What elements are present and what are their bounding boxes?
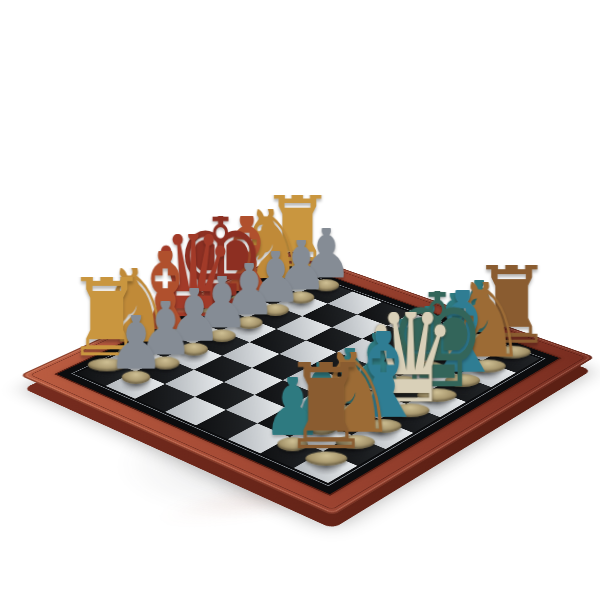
chessboard: ♜♞♝♛♚♝♞♜♟♟♟♟♟♟♟♟♟♟♟♟♟♟♟♟♜♞♝♛♚♝♞♜ [20,251,596,516]
piece-black-rook-a8: ♜ [271,362,381,467]
product-photo-scene: ♜♞♝♛♚♝♞♜♟♟♟♟♟♟♟♟♟♟♟♟♟♟♟♟♜♞♝♛♚♝♞♜ [0,0,600,600]
rook-glyph: ♜ [273,343,378,468]
chessboard-3d-wrap: ♜♞♝♛♚♝♞♜♟♟♟♟♟♟♟♟♟♟♟♟♟♟♟♟♜♞♝♛♚♝♞♜ [106,162,514,570]
piece-white-pawn-a2: ♟ [84,315,186,385]
pawn-glyph: ♟ [87,303,184,382]
